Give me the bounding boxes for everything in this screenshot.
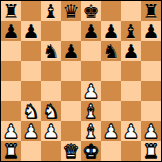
white-knight-b3[interactable]: ♞: [22, 101, 39, 121]
square-f1[interactable]: [101, 141, 121, 161]
square-d1[interactable]: ♛: [61, 141, 81, 161]
black-pawn-d6[interactable]: ♟: [62, 41, 79, 61]
square-g4[interactable]: [121, 81, 141, 101]
square-e8[interactable]: ♚: [81, 1, 101, 21]
black-pawn-a7[interactable]: ♟: [2, 21, 19, 41]
black-bishop-c8[interactable]: ♝: [42, 1, 59, 21]
black-bishop-g7[interactable]: ♝: [122, 21, 139, 41]
black-king-e8[interactable]: ♚: [82, 1, 99, 21]
square-g7[interactable]: ♝: [121, 21, 141, 41]
square-f7[interactable]: ♟: [101, 21, 121, 41]
square-f4[interactable]: [101, 81, 121, 101]
square-f3[interactable]: [101, 101, 121, 121]
white-knight-c3[interactable]: ♞: [42, 101, 59, 121]
square-a7[interactable]: ♟: [1, 21, 21, 41]
square-e4[interactable]: ♟: [81, 81, 101, 101]
white-bishop-e2[interactable]: ♝: [82, 121, 99, 141]
square-d2[interactable]: [61, 121, 81, 141]
square-h8[interactable]: ♜: [141, 1, 161, 21]
square-g5[interactable]: [121, 61, 141, 81]
square-g8[interactable]: [121, 1, 141, 21]
black-queen-d8[interactable]: ♛: [62, 1, 79, 21]
square-b6[interactable]: [21, 41, 41, 61]
black-rook-a8[interactable]: ♜: [2, 1, 19, 21]
square-h2[interactable]: ♟: [141, 121, 161, 141]
square-b5[interactable]: [21, 61, 41, 81]
square-h1[interactable]: ♜: [141, 141, 161, 161]
black-pawn-b7[interactable]: ♟: [22, 21, 39, 41]
square-g1[interactable]: [121, 141, 141, 161]
square-e5[interactable]: [81, 61, 101, 81]
square-c7[interactable]: [41, 21, 61, 41]
square-b2[interactable]: ♟: [21, 121, 41, 141]
white-bishop-e3[interactable]: ♝: [82, 101, 99, 121]
square-a5[interactable]: [1, 61, 21, 81]
black-pawn-g6[interactable]: ♟: [122, 41, 139, 61]
white-queen-d1[interactable]: ♛: [62, 141, 79, 161]
white-pawn-g2[interactable]: ♟: [122, 121, 139, 141]
square-c4[interactable]: [41, 81, 61, 101]
square-f8[interactable]: [101, 1, 121, 21]
square-a8[interactable]: ♜: [1, 1, 21, 21]
square-d6[interactable]: ♟: [61, 41, 81, 61]
square-d5[interactable]: [61, 61, 81, 81]
black-knight-f6[interactable]: ♞: [102, 41, 119, 61]
square-a4[interactable]: [1, 81, 21, 101]
square-a2[interactable]: ♟: [1, 121, 21, 141]
square-f2[interactable]: ♟: [101, 121, 121, 141]
square-c8[interactable]: ♝: [41, 1, 61, 21]
square-h6[interactable]: [141, 41, 161, 61]
square-d8[interactable]: ♛: [61, 1, 81, 21]
square-b3[interactable]: ♞: [21, 101, 41, 121]
white-pawn-h2[interactable]: ♟: [142, 121, 159, 141]
square-e6[interactable]: [81, 41, 101, 61]
white-rook-a1[interactable]: ♜: [2, 141, 19, 161]
black-pawn-e7[interactable]: ♟: [82, 21, 99, 41]
square-e7[interactable]: ♟: [81, 21, 101, 41]
square-a1[interactable]: ♜: [1, 141, 21, 161]
square-h4[interactable]: [141, 81, 161, 101]
white-king-e1[interactable]: ♚: [82, 141, 99, 161]
square-a6[interactable]: [1, 41, 21, 61]
black-pawn-h7[interactable]: ♟: [142, 21, 159, 41]
square-c6[interactable]: ♞: [41, 41, 61, 61]
square-c2[interactable]: ♟: [41, 121, 61, 141]
square-d4[interactable]: [61, 81, 81, 101]
square-c5[interactable]: [41, 61, 61, 81]
square-f5[interactable]: [101, 61, 121, 81]
white-pawn-f2[interactable]: ♟: [102, 121, 119, 141]
square-d7[interactable]: [61, 21, 81, 41]
black-knight-c6[interactable]: ♞: [42, 41, 59, 61]
square-d3[interactable]: [61, 101, 81, 121]
white-rook-h1[interactable]: ♜: [142, 141, 159, 161]
square-f6[interactable]: ♞: [101, 41, 121, 61]
square-g6[interactable]: ♟: [121, 41, 141, 61]
square-g2[interactable]: ♟: [121, 121, 141, 141]
chess-board: ♜♝♛♚♜♟♟♟♟♝♟♞♟♞♟♟♞♞♝♟♟♟♝♟♟♟♜♛♚♜: [0, 0, 162, 162]
square-h7[interactable]: ♟: [141, 21, 161, 41]
square-c1[interactable]: [41, 141, 61, 161]
square-c3[interactable]: ♞: [41, 101, 61, 121]
square-b8[interactable]: [21, 1, 41, 21]
black-rook-h8[interactable]: ♜: [142, 1, 159, 21]
square-e1[interactable]: ♚: [81, 141, 101, 161]
square-b1[interactable]: [21, 141, 41, 161]
white-pawn-b2[interactable]: ♟: [22, 121, 39, 141]
black-pawn-f7[interactable]: ♟: [102, 21, 119, 41]
square-e3[interactable]: ♝: [81, 101, 101, 121]
square-b7[interactable]: ♟: [21, 21, 41, 41]
square-a3[interactable]: [1, 101, 21, 121]
white-pawn-a2[interactable]: ♟: [2, 121, 19, 141]
square-e2[interactable]: ♝: [81, 121, 101, 141]
square-g3[interactable]: [121, 101, 141, 121]
white-pawn-e4[interactable]: ♟: [82, 81, 99, 101]
square-h5[interactable]: [141, 61, 161, 81]
square-b4[interactable]: [21, 81, 41, 101]
square-h3[interactable]: [141, 101, 161, 121]
white-pawn-c2[interactable]: ♟: [42, 121, 59, 141]
